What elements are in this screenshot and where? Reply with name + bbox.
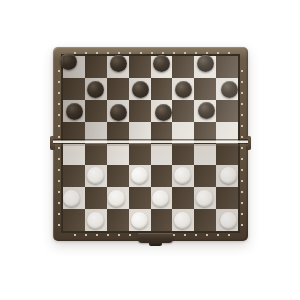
square-r8c1[interactable] [63, 209, 85, 231]
square-r8c4[interactable] [129, 209, 151, 231]
square-r1c4[interactable] [129, 56, 151, 78]
checker-white[interactable] [152, 190, 169, 207]
checkers-board [53, 47, 248, 241]
square-r7c8[interactable] [216, 187, 238, 209]
square-r2c1[interactable] [63, 78, 85, 100]
square-r1c3[interactable] [107, 56, 129, 78]
square-r5c6[interactable] [172, 144, 194, 166]
square-r8c8[interactable] [216, 209, 238, 231]
square-r6c3[interactable] [107, 165, 129, 187]
square-r8c2[interactable] [85, 209, 107, 231]
square-r3c4[interactable] [129, 100, 151, 122]
square-r3c3[interactable] [107, 100, 129, 122]
square-r3c2[interactable] [85, 100, 107, 122]
square-r5c4[interactable] [129, 144, 151, 166]
square-r1c8[interactable] [216, 56, 238, 78]
square-r2c5[interactable] [151, 78, 173, 100]
square-r7c4[interactable] [129, 187, 151, 209]
square-r6c4[interactable] [129, 165, 151, 187]
square-r6c5[interactable] [151, 165, 173, 187]
square-r3c6[interactable] [172, 100, 194, 122]
latch-clasp[interactable] [138, 233, 173, 243]
square-r6c7[interactable] [194, 165, 216, 187]
square-r6c8[interactable] [216, 165, 238, 187]
checker-black[interactable] [87, 81, 104, 98]
checker-white[interactable] [174, 167, 191, 184]
square-r5c8[interactable] [216, 144, 238, 166]
square-r2c7[interactable] [194, 78, 216, 100]
checker-black[interactable] [155, 104, 172, 121]
square-r6c6[interactable] [172, 165, 194, 187]
square-r3c8[interactable] [216, 100, 238, 122]
square-r2c8[interactable] [216, 78, 238, 100]
checker-white[interactable] [220, 212, 237, 229]
checker-black[interactable] [197, 55, 214, 72]
square-r7c3[interactable] [107, 187, 129, 209]
checker-white[interactable] [174, 212, 191, 229]
square-r2c4[interactable] [129, 78, 151, 100]
square-r8c7[interactable] [194, 209, 216, 231]
checker-black[interactable] [175, 81, 192, 98]
square-r7c6[interactable] [172, 187, 194, 209]
checker-black[interactable] [60, 53, 77, 70]
checker-white[interactable] [196, 190, 213, 207]
square-r6c1[interactable] [63, 165, 85, 187]
square-r1c5[interactable] [151, 56, 173, 78]
latch-clasp-tab[interactable] [149, 242, 162, 246]
checker-white[interactable] [87, 167, 104, 184]
square-r3c1[interactable] [63, 100, 85, 122]
square-r5c2[interactable] [85, 144, 107, 166]
square-r6c2[interactable] [85, 165, 107, 187]
square-r2c2[interactable] [85, 78, 107, 100]
checker-white[interactable] [87, 212, 104, 229]
fold-hinge-seam [53, 139, 248, 146]
checker-black[interactable] [198, 102, 215, 119]
square-r5c5[interactable] [151, 144, 173, 166]
checker-black[interactable] [153, 55, 170, 72]
checker-black[interactable] [221, 81, 238, 98]
checker-white[interactable] [131, 167, 148, 184]
square-r7c5[interactable] [151, 187, 173, 209]
square-r3c7[interactable] [194, 100, 216, 122]
square-r7c7[interactable] [194, 187, 216, 209]
square-r1c1[interactable] [63, 56, 85, 78]
square-r1c7[interactable] [194, 56, 216, 78]
square-r7c2[interactable] [85, 187, 107, 209]
square-r8c6[interactable] [172, 209, 194, 231]
checker-white[interactable] [131, 212, 148, 229]
square-r8c3[interactable] [107, 209, 129, 231]
checker-black[interactable] [110, 104, 127, 121]
checker-black[interactable] [66, 103, 83, 120]
checker-black[interactable] [110, 55, 127, 72]
square-r1c6[interactable] [172, 56, 194, 78]
checker-black[interactable] [132, 81, 149, 98]
checker-white[interactable] [108, 190, 125, 207]
square-r1c2[interactable] [85, 56, 107, 78]
square-r2c3[interactable] [107, 78, 129, 100]
square-r5c1[interactable] [63, 144, 85, 166]
square-r5c7[interactable] [194, 144, 216, 166]
checker-white[interactable] [63, 190, 80, 207]
square-r2c6[interactable] [172, 78, 194, 100]
square-r5c3[interactable] [107, 144, 129, 166]
checker-white[interactable] [220, 167, 237, 184]
product-photo-background [0, 0, 300, 300]
square-r3c5[interactable] [151, 100, 173, 122]
square-r7c1[interactable] [63, 187, 85, 209]
square-r8c5[interactable] [151, 209, 173, 231]
